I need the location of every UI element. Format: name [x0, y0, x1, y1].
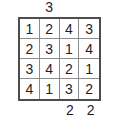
bottom-clue-row: 2 2: [18, 103, 101, 117]
clue-bottom-col2: [39, 103, 60, 117]
clue-top-col4: [80, 0, 101, 14]
clue-bottom-col4: 2: [80, 103, 101, 117]
grid-cell-r2c1[interactable]: 2: [20, 39, 40, 59]
grid-cell-r4c2[interactable]: 1: [40, 79, 60, 99]
grid-cell-r1c4[interactable]: 3: [79, 19, 99, 39]
grid-cell-r2c4[interactable]: 4: [79, 39, 99, 59]
grid-cell-r3c1[interactable]: 3: [20, 59, 40, 79]
clue-bottom-col1: [18, 103, 39, 117]
clue-top-col1: [18, 0, 39, 14]
grid-cell-r1c1[interactable]: 1: [20, 19, 40, 39]
grid-cell-r3c3[interactable]: 2: [60, 59, 80, 79]
grid-cell-r4c4[interactable]: 2: [79, 79, 99, 99]
skyscrapers-puzzle: 3 1 2 4 3 2 3 1 4 3 4 2 1 4 1 3 2 2 2: [0, 0, 120, 120]
top-clue-row: 3: [18, 0, 101, 14]
grid-cell-r2c2[interactable]: 3: [40, 39, 60, 59]
clue-top-col3: [60, 0, 81, 14]
grid-cell-r2c3[interactable]: 1: [60, 39, 80, 59]
clue-bottom-col3: 2: [60, 103, 81, 117]
grid-cell-r1c3[interactable]: 4: [60, 19, 80, 39]
skyscrapers-board: 1 2 4 3 2 3 1 4 3 4 2 1 4 1 3 2: [18, 17, 101, 101]
clue-top-col2: 3: [39, 0, 60, 14]
grid-cell-r1c2[interactable]: 2: [40, 19, 60, 39]
grid-cell-r4c3[interactable]: 3: [60, 79, 80, 99]
grid-cell-r3c4[interactable]: 1: [79, 59, 99, 79]
grid-cell-r4c1[interactable]: 4: [20, 79, 40, 99]
grid-cell-r3c2[interactable]: 4: [40, 59, 60, 79]
